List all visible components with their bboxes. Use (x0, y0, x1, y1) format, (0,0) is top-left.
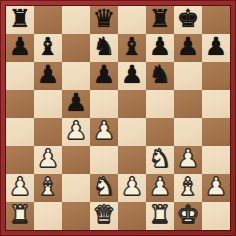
square-b8[interactable] (34, 6, 62, 34)
square-g4[interactable] (174, 118, 202, 146)
square-d5[interactable] (90, 90, 118, 118)
square-e5[interactable] (118, 90, 146, 118)
black-rook-a8[interactable]: ♜ (9, 5, 31, 33)
square-g6[interactable] (174, 62, 202, 90)
square-a5[interactable] (6, 90, 34, 118)
square-e1[interactable] (118, 202, 146, 230)
square-d1[interactable]: ♛ (90, 202, 118, 230)
black-pawn-e6[interactable]: ♟ (121, 61, 143, 89)
square-c4[interactable]: ♟ (62, 118, 90, 146)
square-a7[interactable]: ♟ (6, 34, 34, 62)
square-b3[interactable]: ♟ (34, 146, 62, 174)
white-pawn-a2[interactable]: ♟ (9, 173, 31, 201)
square-f3[interactable]: ♞ (146, 146, 174, 174)
square-c3[interactable] (62, 146, 90, 174)
white-bishop-g2[interactable]: ♝ (177, 173, 199, 201)
square-d4[interactable]: ♟ (90, 118, 118, 146)
square-h2[interactable]: ♟ (202, 174, 230, 202)
square-h3[interactable] (202, 146, 230, 174)
white-pawn-e2[interactable]: ♟ (121, 173, 143, 201)
square-g2[interactable]: ♝ (174, 174, 202, 202)
square-a4[interactable] (6, 118, 34, 146)
square-e3[interactable] (118, 146, 146, 174)
square-b6[interactable]: ♟ (34, 62, 62, 90)
white-knight-f3[interactable]: ♞ (149, 145, 171, 173)
square-f8[interactable]: ♜ (146, 6, 174, 34)
square-g7[interactable]: ♟ (174, 34, 202, 62)
black-pawn-a7[interactable]: ♟ (9, 33, 31, 61)
black-pawn-g7[interactable]: ♟ (177, 33, 199, 61)
white-knight-d2[interactable]: ♞ (93, 173, 115, 201)
square-b4[interactable] (34, 118, 62, 146)
black-knight-f6[interactable]: ♞ (149, 61, 171, 89)
square-h8[interactable] (202, 6, 230, 34)
square-d3[interactable] (90, 146, 118, 174)
square-d7[interactable]: ♞ (90, 34, 118, 62)
square-c1[interactable] (62, 202, 90, 230)
square-h6[interactable] (202, 62, 230, 90)
black-pawn-d6[interactable]: ♟ (93, 61, 115, 89)
white-king-g1[interactable]: ♚ (177, 201, 199, 229)
square-b5[interactable] (34, 90, 62, 118)
square-f2[interactable]: ♟ (146, 174, 174, 202)
square-h7[interactable]: ♟ (202, 34, 230, 62)
white-queen-d1[interactable]: ♛ (93, 201, 115, 229)
black-queen-d8[interactable]: ♛ (93, 5, 115, 33)
square-c8[interactable] (62, 6, 90, 34)
square-h5[interactable] (202, 90, 230, 118)
square-b1[interactable] (34, 202, 62, 230)
square-a8[interactable]: ♜ (6, 6, 34, 34)
square-c2[interactable] (62, 174, 90, 202)
square-f6[interactable]: ♞ (146, 62, 174, 90)
square-g5[interactable] (174, 90, 202, 118)
square-b7[interactable]: ♝ (34, 34, 62, 62)
black-rook-f8[interactable]: ♜ (149, 5, 171, 33)
black-bishop-e7[interactable]: ♝ (121, 33, 143, 61)
screenshot-root: ♜♛♜♚♟♝♞♝♟♟♟♟♟♟♞♟♟♟♟♞♟♟♝♞♟♟♝♟♜♛♜♚ (0, 0, 236, 236)
black-pawn-h7[interactable]: ♟ (205, 33, 227, 61)
square-a1[interactable]: ♜ (6, 202, 34, 230)
square-g8[interactable]: ♚ (174, 6, 202, 34)
white-pawn-b3[interactable]: ♟ (37, 145, 59, 173)
square-d2[interactable]: ♞ (90, 174, 118, 202)
chess-board[interactable]: ♜♛♜♚♟♝♞♝♟♟♟♟♟♟♞♟♟♟♟♞♟♟♝♞♟♟♝♟♜♛♜♚ (6, 6, 230, 230)
square-g1[interactable]: ♚ (174, 202, 202, 230)
square-h4[interactable] (202, 118, 230, 146)
square-e8[interactable] (118, 6, 146, 34)
square-g3[interactable]: ♟ (174, 146, 202, 174)
square-f5[interactable] (146, 90, 174, 118)
square-c7[interactable] (62, 34, 90, 62)
black-bishop-b7[interactable]: ♝ (37, 33, 59, 61)
square-e2[interactable]: ♟ (118, 174, 146, 202)
black-pawn-c5[interactable]: ♟ (65, 89, 87, 117)
square-e6[interactable]: ♟ (118, 62, 146, 90)
square-f4[interactable] (146, 118, 174, 146)
square-c5[interactable]: ♟ (62, 90, 90, 118)
black-knight-d7[interactable]: ♞ (93, 33, 115, 61)
white-pawn-f2[interactable]: ♟ (149, 173, 171, 201)
square-d8[interactable]: ♛ (90, 6, 118, 34)
square-h1[interactable] (202, 202, 230, 230)
white-rook-f1[interactable]: ♜ (149, 201, 171, 229)
square-a6[interactable] (6, 62, 34, 90)
black-king-g8[interactable]: ♚ (177, 5, 199, 33)
black-pawn-f7[interactable]: ♟ (149, 33, 171, 61)
square-e4[interactable] (118, 118, 146, 146)
square-e7[interactable]: ♝ (118, 34, 146, 62)
square-f7[interactable]: ♟ (146, 34, 174, 62)
black-pawn-b6[interactable]: ♟ (37, 61, 59, 89)
white-rook-a1[interactable]: ♜ (9, 201, 31, 229)
white-pawn-h2[interactable]: ♟ (205, 173, 227, 201)
white-bishop-b2[interactable]: ♝ (37, 173, 59, 201)
square-f1[interactable]: ♜ (146, 202, 174, 230)
white-pawn-g3[interactable]: ♟ (177, 145, 199, 173)
square-a2[interactable]: ♟ (6, 174, 34, 202)
white-pawn-d4[interactable]: ♟ (93, 117, 115, 145)
chess-board-frame: ♜♛♜♚♟♝♞♝♟♟♟♟♟♟♞♟♟♟♟♞♟♟♝♞♟♟♝♟♜♛♜♚ (0, 0, 236, 236)
square-b2[interactable]: ♝ (34, 174, 62, 202)
white-pawn-c4[interactable]: ♟ (65, 117, 87, 145)
square-c6[interactable] (62, 62, 90, 90)
square-d6[interactable]: ♟ (90, 62, 118, 90)
square-a3[interactable] (6, 146, 34, 174)
